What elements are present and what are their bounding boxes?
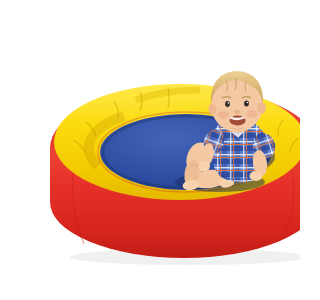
- baby-left-ear: [209, 104, 217, 115]
- product-photo: Smiling blond toddler in a blue plaid sh…: [40, 16, 300, 300]
- baby-right-hand: [250, 171, 263, 181]
- baby-left-hand: [199, 161, 210, 172]
- baby-left-eye: [225, 101, 230, 107]
- baby-nose: [234, 110, 240, 114]
- play-pit-scene: [40, 16, 300, 300]
- baby-right-eye: [244, 101, 249, 107]
- baby-right-ear: [257, 103, 266, 114]
